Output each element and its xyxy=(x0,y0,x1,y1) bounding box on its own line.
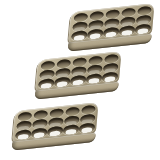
tray-3 xyxy=(12,102,99,150)
tray2-pit-r1c5 xyxy=(104,54,118,63)
tray3-pit-r3c2 xyxy=(30,128,47,139)
product-image-canvas xyxy=(0,0,160,160)
tray1-pit-r1c5 xyxy=(137,6,151,15)
tray1-pit-r3c3 xyxy=(102,27,119,38)
tray2-pit-r3c4 xyxy=(85,73,102,84)
tray1-pit-r1c4 xyxy=(121,8,135,17)
tray1-pit-r1c1 xyxy=(73,13,87,22)
tray2-pit-r1c2 xyxy=(56,59,70,68)
tray3-pit-r3c3 xyxy=(46,126,63,137)
tray3-pit-r3c1 xyxy=(14,129,31,140)
tray1-pit-r3c2 xyxy=(86,29,103,40)
tray3-pit-r1c1 xyxy=(17,112,31,121)
tray2-pit-r1c3 xyxy=(72,57,86,66)
tray1-pit-r1c2 xyxy=(89,11,103,20)
tray2-pit-r1c4 xyxy=(88,56,102,65)
tray2-pit-r1c1 xyxy=(40,61,54,70)
tray3-pit-r3c4 xyxy=(62,124,79,135)
tray3-pit-r1c3 xyxy=(49,108,63,117)
tray-1 xyxy=(68,3,155,51)
tray-2 xyxy=(35,51,122,99)
tray1-pit-r3c4 xyxy=(118,25,135,36)
tray2-pit-r3c3 xyxy=(69,75,86,86)
tray1-pit-r3c5 xyxy=(134,24,151,35)
tray3-pit-r1c4 xyxy=(65,107,79,116)
tray3-pit-r1c2 xyxy=(33,110,47,119)
tray3-pit-r1c5 xyxy=(81,105,95,114)
tray1-pit-r1c3 xyxy=(105,9,119,18)
tray2-pit-r3c1 xyxy=(37,78,54,89)
tray3-pit-r3c5 xyxy=(78,123,95,134)
tray2-pit-r3c5 xyxy=(101,72,118,83)
tray2-pit-r3c2 xyxy=(53,77,70,88)
tray1-pit-r3c1 xyxy=(70,30,87,41)
